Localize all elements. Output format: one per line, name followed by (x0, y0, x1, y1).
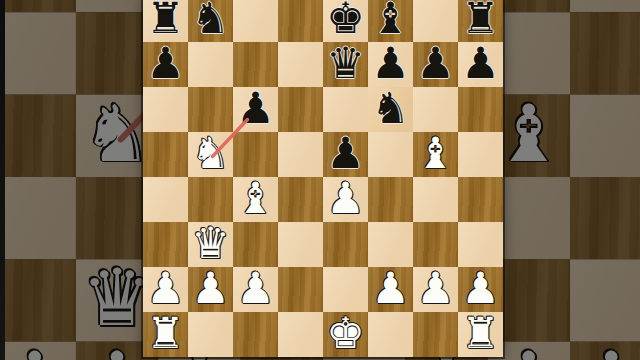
bg-square-a2: ♟ (0, 342, 76, 360)
square-g1 (413, 312, 458, 357)
bg-square-a6 (0, 12, 76, 94)
square-g8 (413, 0, 458, 42)
black-queen-piece: ♛ (326, 41, 365, 86)
bg-square-h3 (570, 259, 640, 341)
black-pawn-piece: ♟ (371, 41, 410, 86)
square-f3 (368, 222, 413, 267)
square-g3 (413, 222, 458, 267)
square-c2: ♟ (233, 267, 278, 312)
white-pawn-piece: ♟ (236, 266, 275, 311)
square-h7: ♟ (458, 42, 503, 87)
square-a3 (143, 222, 188, 267)
white-bishop-piece: ♝ (416, 131, 455, 176)
white-pawn-piece: ♟ (191, 266, 230, 311)
black-bishop-piece: ♝ (371, 0, 410, 41)
square-e6 (323, 87, 368, 132)
square-f5 (368, 132, 413, 177)
square-e3 (323, 222, 368, 267)
square-g6 (413, 87, 458, 132)
square-f1 (368, 312, 413, 357)
square-b8: ♞ (188, 0, 233, 42)
white-pawn-piece: ♟ (146, 266, 185, 311)
white-rook-piece: ♜ (146, 311, 185, 356)
white-king-piece: ♚ (326, 311, 365, 356)
white-queen-piece: ♛ (191, 221, 230, 266)
square-g2: ♟ (413, 267, 458, 312)
bg-square-h4 (570, 177, 640, 259)
square-h8: ♜ (458, 0, 503, 42)
square-d4 (278, 177, 323, 222)
bg-square-h5 (570, 95, 640, 177)
black-pawn-piece: ♟ (326, 131, 365, 176)
bg-square-a4 (0, 177, 76, 259)
square-f7: ♟ (368, 42, 413, 87)
square-e5: ♟ (323, 132, 368, 177)
white-bishop-piece: ♝ (494, 93, 565, 175)
black-knight-piece: ♞ (371, 86, 410, 131)
black-pawn-piece: ♟ (461, 41, 500, 86)
square-c7 (233, 42, 278, 87)
square-e1: ♚ (323, 312, 368, 357)
square-d3 (278, 222, 323, 267)
white-pawn-piece: ♟ (461, 266, 500, 311)
black-knight-piece: ♞ (191, 0, 230, 41)
square-e4: ♟ (323, 177, 368, 222)
square-g5: ♝ (413, 132, 458, 177)
square-g7: ♟ (413, 42, 458, 87)
black-pawn-piece: ♟ (416, 41, 455, 86)
white-bishop-piece: ♝ (236, 176, 275, 221)
white-pawn-piece: ♟ (371, 266, 410, 311)
square-h6 (458, 87, 503, 132)
chess-board: ♜♞♚♝♜♟♛♟♟♟♟♞♞♟♝♝♟♛♟♟♟♟♟♟♜♚♜ (143, 0, 503, 357)
square-h2: ♟ (458, 267, 503, 312)
black-king-piece: ♚ (326, 0, 365, 41)
white-pawn-piece: ♟ (494, 340, 565, 360)
video-frame: ♜♞♚♝♜♟♛♟♟♟♟♞♞♟♝♝♟♛♟♟♟♟♟♟♜♚♜ ♜♞♚♝♜♟♛♟♟♟♟♞… (0, 0, 640, 360)
square-b7 (188, 42, 233, 87)
square-e8: ♚ (323, 0, 368, 42)
bg-square-h7: ♟ (570, 0, 640, 12)
square-a8: ♜ (143, 0, 188, 42)
square-c4: ♝ (233, 177, 278, 222)
white-pawn-piece: ♟ (0, 340, 70, 360)
black-rook-piece: ♜ (146, 0, 185, 41)
square-a1: ♜ (143, 312, 188, 357)
white-pawn-piece: ♟ (326, 176, 365, 221)
square-e2 (323, 267, 368, 312)
square-d6 (278, 87, 323, 132)
white-pawn-piece: ♟ (576, 340, 640, 360)
square-f2: ♟ (368, 267, 413, 312)
black-pawn-piece: ♟ (0, 0, 70, 10)
square-d8 (278, 0, 323, 42)
black-pawn-piece: ♟ (494, 0, 565, 10)
white-knight-piece: ♞ (82, 93, 153, 175)
black-rook-piece: ♜ (461, 0, 500, 41)
square-c3 (233, 222, 278, 267)
bg-square-a7: ♟ (0, 0, 76, 12)
white-rook-piece: ♜ (461, 311, 500, 356)
white-pawn-piece: ♟ (82, 340, 153, 360)
square-h4 (458, 177, 503, 222)
black-pawn-piece: ♟ (146, 41, 185, 86)
square-h1: ♜ (458, 312, 503, 357)
square-a2: ♟ (143, 267, 188, 312)
square-f8: ♝ (368, 0, 413, 42)
square-b1 (188, 312, 233, 357)
black-pawn-piece: ♟ (576, 0, 640, 10)
square-d7 (278, 42, 323, 87)
square-a6 (143, 87, 188, 132)
square-c8 (233, 0, 278, 42)
bg-square-a5 (0, 95, 76, 177)
square-b3: ♛ (188, 222, 233, 267)
square-c5 (233, 132, 278, 177)
square-b6 (188, 87, 233, 132)
square-b4 (188, 177, 233, 222)
white-knight-piece: ♞ (191, 131, 230, 176)
square-d2 (278, 267, 323, 312)
square-c1 (233, 312, 278, 357)
bg-square-a3 (0, 259, 76, 341)
square-e7: ♛ (323, 42, 368, 87)
square-g4 (413, 177, 458, 222)
bg-square-h6 (570, 12, 640, 94)
white-pawn-piece: ♟ (416, 266, 455, 311)
square-b5: ♞ (188, 132, 233, 177)
square-c6: ♟ (233, 87, 278, 132)
square-d1 (278, 312, 323, 357)
black-pawn-piece: ♟ (236, 86, 275, 131)
square-b2: ♟ (188, 267, 233, 312)
square-a5 (143, 132, 188, 177)
square-f4 (368, 177, 413, 222)
square-f6: ♞ (368, 87, 413, 132)
square-h5 (458, 132, 503, 177)
square-h3 (458, 222, 503, 267)
square-a4 (143, 177, 188, 222)
left-black-strip (0, 0, 5, 360)
bg-square-h2: ♟ (570, 342, 640, 360)
white-queen-piece: ♛ (82, 258, 153, 340)
square-a7: ♟ (143, 42, 188, 87)
square-d5 (278, 132, 323, 177)
